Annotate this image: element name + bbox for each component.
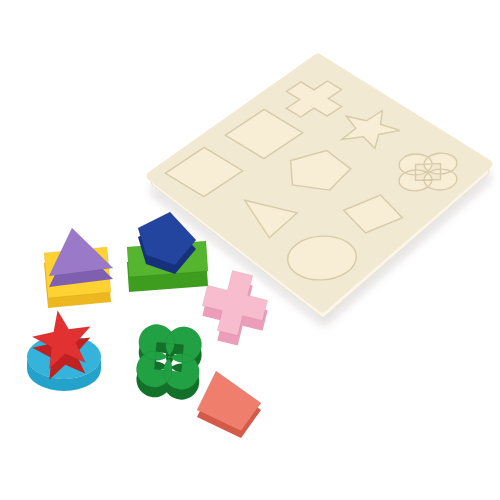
puzzle-scene [0,0,500,500]
piece-salmon-square[interactable] [197,371,261,438]
slot-cutout-flower [399,153,457,192]
piece-green-clover[interactable] [135,323,203,401]
piece-pink-cross[interactable] [197,265,272,350]
green-clover-top [135,323,203,391]
product-photo [0,0,500,500]
